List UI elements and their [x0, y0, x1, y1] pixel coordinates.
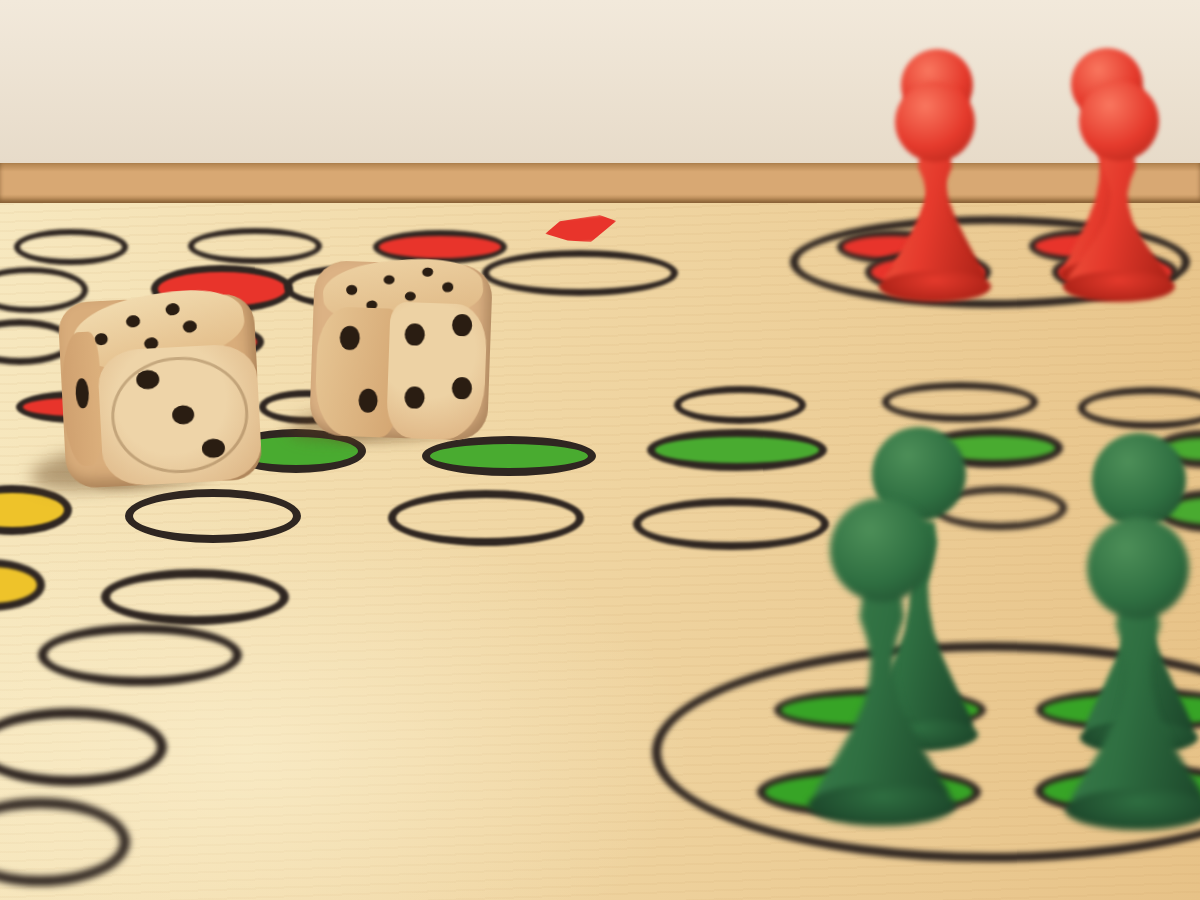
board-space-green-goal — [647, 429, 827, 471]
board-space-red-goal — [373, 230, 507, 264]
die-left — [57, 293, 262, 489]
ludo-board-photo — [0, 0, 1200, 900]
die-pip — [358, 388, 378, 413]
die-right-front-face — [385, 301, 488, 441]
board-space — [674, 386, 806, 424]
green-pawn-head — [1087, 517, 1189, 619]
die-pip — [346, 284, 358, 294]
board-space — [125, 489, 301, 543]
board-space — [14, 229, 128, 265]
red-pawn-head — [1079, 81, 1159, 161]
green-pawn-head — [830, 498, 934, 602]
die-right-front-face — [314, 306, 399, 438]
board-space — [188, 228, 322, 264]
die-pip — [75, 378, 89, 408]
die-left-front-face — [97, 343, 263, 487]
board-space-green-goal — [422, 436, 596, 476]
die-pip — [125, 315, 141, 329]
die-pip — [404, 323, 424, 345]
die-pip — [182, 320, 198, 334]
die-pip — [165, 303, 181, 317]
board-space — [633, 498, 829, 550]
die-pip — [452, 314, 472, 336]
green-pawn-base — [1065, 789, 1200, 830]
wall-background — [0, 0, 1200, 163]
die-pip — [421, 267, 433, 277]
table-edge — [0, 163, 1200, 203]
green-pawn-head — [1092, 433, 1186, 527]
die-pip — [383, 274, 395, 284]
board-space — [882, 382, 1038, 422]
die-pip — [442, 282, 454, 292]
board-space — [101, 569, 289, 625]
die-pip — [404, 386, 424, 408]
die-right — [309, 260, 493, 441]
die-pip — [340, 325, 360, 350]
red-pawn-head — [895, 82, 975, 162]
board-space — [482, 250, 678, 296]
die-pip — [451, 377, 471, 399]
board-space — [38, 624, 242, 686]
board-space — [388, 490, 584, 546]
die-pip — [404, 291, 416, 301]
